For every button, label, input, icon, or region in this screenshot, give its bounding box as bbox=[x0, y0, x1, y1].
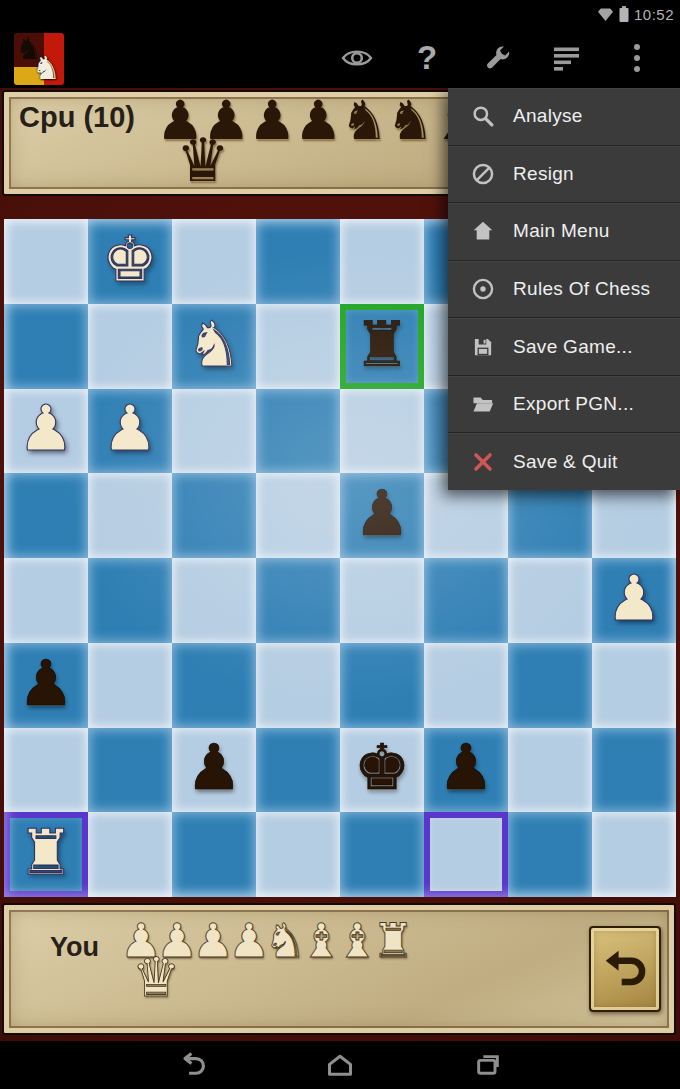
square-d3[interactable] bbox=[256, 643, 340, 728]
square-f1[interactable] bbox=[424, 812, 508, 897]
black-queen-captured: ♛ bbox=[176, 130, 222, 190]
floppy-disk-icon bbox=[469, 333, 496, 360]
undo-arrow-icon bbox=[603, 943, 647, 995]
black-pawn: ♟ bbox=[186, 736, 242, 799]
black-knight-captured: ♞ bbox=[386, 94, 432, 148]
menu-item-resign[interactable]: Resign bbox=[448, 146, 680, 204]
open-folder-icon bbox=[469, 391, 496, 418]
white-queen-captured: ♛ bbox=[132, 951, 168, 1005]
menu-item-analyse[interactable]: Analyse bbox=[448, 88, 680, 146]
square-c6[interactable] bbox=[172, 389, 256, 474]
square-b4[interactable] bbox=[88, 558, 172, 643]
square-c7[interactable]: ♞ bbox=[172, 304, 256, 389]
home-icon bbox=[469, 218, 496, 245]
white-pawn: ♟ bbox=[102, 397, 158, 460]
action-bar: ♞ ♞ ? bbox=[0, 28, 680, 88]
square-d6[interactable] bbox=[256, 389, 340, 474]
square-b8[interactable]: ♚ bbox=[88, 219, 172, 304]
you-player-label: You bbox=[50, 932, 99, 963]
android-nav-bar bbox=[0, 1041, 680, 1089]
overflow-dots-icon bbox=[633, 42, 641, 74]
square-e1[interactable] bbox=[340, 812, 424, 897]
black-pawn-captured: ♟ bbox=[294, 94, 340, 148]
white-rook: ♜ bbox=[18, 821, 74, 884]
square-c1[interactable] bbox=[172, 812, 256, 897]
black-pawn: ♟ bbox=[354, 482, 410, 545]
square-d8[interactable] bbox=[256, 219, 340, 304]
square-e6[interactable] bbox=[340, 389, 424, 474]
white-pawn: ♟ bbox=[606, 567, 662, 630]
square-b6[interactable]: ♟ bbox=[88, 389, 172, 474]
black-pawn: ♟ bbox=[438, 736, 494, 799]
square-d1[interactable] bbox=[256, 812, 340, 897]
square-f2[interactable]: ♟ bbox=[424, 728, 508, 813]
square-h3[interactable] bbox=[592, 643, 676, 728]
menu-item-rules[interactable]: Rules Of Chess bbox=[448, 261, 680, 319]
square-c5[interactable] bbox=[172, 473, 256, 558]
square-a6[interactable]: ♟ bbox=[4, 389, 88, 474]
white-knight-icon: ♞ bbox=[32, 49, 61, 87]
black-pawn: ♟ bbox=[18, 652, 74, 715]
square-b3[interactable] bbox=[88, 643, 172, 728]
square-f4[interactable] bbox=[424, 558, 508, 643]
square-a8[interactable] bbox=[4, 219, 88, 304]
move-list-icon bbox=[552, 45, 582, 72]
black-knight-captured: ♞ bbox=[340, 94, 386, 148]
chess-app-screen: 10:52 ♞ ♞ ? bbox=[0, 0, 680, 1089]
menu-label: Rules Of Chess bbox=[513, 278, 650, 300]
square-d5[interactable] bbox=[256, 473, 340, 558]
square-e3[interactable] bbox=[340, 643, 424, 728]
square-e7[interactable]: ♜ bbox=[340, 304, 424, 389]
square-h2[interactable] bbox=[592, 728, 676, 813]
settings-button[interactable] bbox=[462, 28, 532, 88]
square-c4[interactable] bbox=[172, 558, 256, 643]
no-sign-icon bbox=[469, 160, 496, 187]
white-pawn: ♟ bbox=[18, 397, 74, 460]
square-f3[interactable] bbox=[424, 643, 508, 728]
square-g2[interactable] bbox=[508, 728, 592, 813]
square-a2[interactable] bbox=[4, 728, 88, 813]
menu-item-save-game[interactable]: Save Game... bbox=[448, 318, 680, 376]
square-b1[interactable] bbox=[88, 812, 172, 897]
black-king: ♚ bbox=[354, 736, 410, 799]
battery-icon bbox=[619, 6, 629, 22]
square-e5[interactable]: ♟ bbox=[340, 473, 424, 558]
square-a7[interactable] bbox=[4, 304, 88, 389]
nav-home-button[interactable] bbox=[315, 1043, 365, 1087]
app-icon[interactable]: ♞ ♞ bbox=[14, 33, 64, 85]
square-g1[interactable] bbox=[508, 812, 592, 897]
overflow-menu-button[interactable] bbox=[602, 28, 672, 88]
overflow-menu: Analyse Resign Main Menu Rules Of Chess … bbox=[448, 88, 680, 490]
red-x-icon bbox=[469, 448, 496, 475]
eye-icon bbox=[340, 45, 374, 71]
square-g4[interactable] bbox=[508, 558, 592, 643]
square-c2[interactable]: ♟ bbox=[172, 728, 256, 813]
square-e2[interactable]: ♚ bbox=[340, 728, 424, 813]
square-b5[interactable] bbox=[88, 473, 172, 558]
square-a5[interactable] bbox=[4, 473, 88, 558]
menu-label: Analyse bbox=[513, 105, 583, 127]
square-e8[interactable] bbox=[340, 219, 424, 304]
white-bishop-captured: ♝ bbox=[336, 917, 372, 964]
recents-icon bbox=[471, 1051, 505, 1079]
menu-label: Main Menu bbox=[513, 220, 610, 242]
square-a4[interactable] bbox=[4, 558, 88, 643]
cpu-player-label: Cpu (10) bbox=[19, 101, 135, 134]
white-knight-captured: ♞ bbox=[264, 917, 300, 964]
square-b7[interactable] bbox=[88, 304, 172, 389]
question-mark-icon: ? bbox=[417, 39, 437, 77]
wifi-icon bbox=[597, 7, 614, 22]
undo-button[interactable] bbox=[589, 926, 661, 1012]
square-a3[interactable]: ♟ bbox=[4, 643, 88, 728]
menu-item-main-menu[interactable]: Main Menu bbox=[448, 203, 680, 261]
black-rook: ♜ bbox=[354, 313, 410, 376]
back-icon bbox=[175, 1051, 209, 1079]
square-c8[interactable] bbox=[172, 219, 256, 304]
hint-button[interactable]: ? bbox=[392, 28, 462, 88]
square-d7[interactable] bbox=[256, 304, 340, 389]
square-h1[interactable] bbox=[592, 812, 676, 897]
clock: 10:52 bbox=[634, 6, 674, 23]
square-g3[interactable] bbox=[508, 643, 592, 728]
wrench-icon bbox=[481, 42, 513, 74]
home-icon bbox=[323, 1051, 357, 1079]
nav-back-button[interactable] bbox=[167, 1043, 217, 1087]
white-king: ♚ bbox=[102, 228, 158, 291]
nav-recents-button[interactable] bbox=[463, 1043, 513, 1087]
white-pawn-captured: ♟ bbox=[192, 917, 228, 964]
menu-label: Save & Quit bbox=[513, 451, 618, 473]
eye-toggle-button[interactable] bbox=[322, 28, 392, 88]
square-h4[interactable]: ♟ bbox=[592, 558, 676, 643]
black-pawn-captured: ♟ bbox=[248, 94, 294, 148]
menu-label: Export PGN... bbox=[513, 393, 634, 415]
menu-item-export-pgn[interactable]: Export PGN... bbox=[448, 376, 680, 434]
square-d4[interactable] bbox=[256, 558, 340, 643]
square-d2[interactable] bbox=[256, 728, 340, 813]
white-pawn-captured: ♟ bbox=[228, 917, 264, 964]
square-e4[interactable] bbox=[340, 558, 424, 643]
white-bishop-captured: ♝ bbox=[300, 917, 336, 964]
white-knight: ♞ bbox=[186, 313, 242, 376]
square-a1[interactable]: ♜ bbox=[4, 812, 88, 897]
menu-item-save-quit[interactable]: Save & Quit bbox=[448, 433, 680, 490]
magnifier-icon bbox=[469, 103, 496, 130]
menu-label: Save Game... bbox=[513, 336, 633, 358]
you-player-tray: You ♟♟♟♟♞♝♝♜ ♛ bbox=[2, 903, 676, 1035]
white-rook-captured: ♜ bbox=[372, 917, 408, 964]
info-circle-icon bbox=[469, 276, 496, 303]
square-b2[interactable] bbox=[88, 728, 172, 813]
menu-label: Resign bbox=[513, 163, 574, 185]
move-list-button[interactable] bbox=[532, 28, 602, 88]
square-c3[interactable] bbox=[172, 643, 256, 728]
status-bar: 10:52 bbox=[0, 0, 680, 28]
